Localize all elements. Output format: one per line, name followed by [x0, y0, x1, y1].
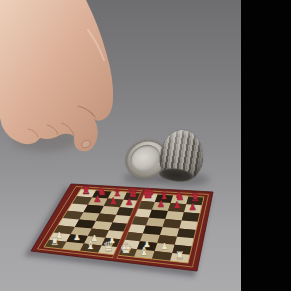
chess-piece-red-pawn[interactable]: ♟	[189, 202, 197, 212]
chess-piece-red-pawn[interactable]: ♟	[157, 199, 165, 209]
board-square[interactable]	[143, 226, 163, 236]
chess-piece-ivory-pawn[interactable]: ♟	[73, 232, 80, 242]
board-square[interactable]	[177, 229, 196, 239]
chess-piece-red-king[interactable]: ♚	[142, 185, 154, 201]
chess-piece-ivory-rook[interactable]: ♜	[50, 236, 59, 247]
chess-piece-red-pawn[interactable]: ♟	[173, 200, 181, 210]
board-square[interactable]	[179, 220, 198, 230]
board-square[interactable]	[149, 210, 168, 219]
gray-backdrop: ♜♞♝♛♚♝♞♜♟♟♟♟♟♟♟♟♟♟♟♟♜♝♛♚♝♜	[0, 0, 241, 291]
chess-piece-red-pawn[interactable]: ♟	[109, 196, 117, 206]
chess-piece-ivory-king[interactable]: ♚	[120, 240, 132, 256]
chess-piece-red-rook[interactable]: ♜	[81, 185, 90, 196]
board-square[interactable]	[165, 211, 184, 220]
chess-piece-ivory-bishop[interactable]: ♝	[85, 239, 95, 252]
chess-board[interactable]: ♜♞♝♛♚♝♞♜♟♟♟♟♟♟♟♟♟♟♟♟♜♝♛♚♝♜	[0, 0, 241, 291]
black-side-band	[241, 0, 291, 291]
board-square[interactable]	[182, 212, 200, 222]
chess-piece-red-pawn[interactable]: ♟	[125, 197, 133, 207]
chess-piece-ivory-pawn[interactable]: ♟	[161, 241, 168, 251]
board-square[interactable]	[160, 227, 179, 237]
chess-piece-red-pawn[interactable]: ♟	[94, 194, 102, 204]
board-square[interactable]	[146, 218, 165, 227]
board-square[interactable]	[175, 237, 194, 247]
board-square[interactable]	[163, 219, 182, 229]
chess-piece-ivory-bishop[interactable]: ♝	[139, 245, 149, 258]
chess-piece-ivory-rook[interactable]: ♜	[175, 250, 184, 261]
chess-piece-ivory-queen[interactable]: ♛	[103, 239, 114, 254]
photo-miniature-travel-chess-set: ♜♞♝♛♚♝♞♜♟♟♟♟♟♟♟♟♟♟♟♟♜♝♛♚♝♜	[0, 0, 291, 291]
